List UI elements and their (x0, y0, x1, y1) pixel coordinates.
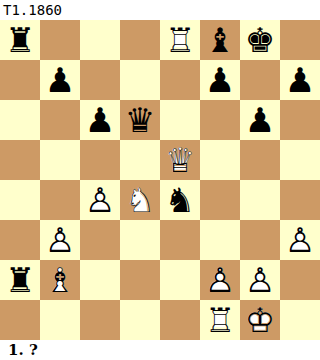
square-b3[interactable]: ♟♙ (40, 220, 80, 260)
square-c1[interactable] (80, 300, 120, 340)
square-c3[interactable] (80, 220, 120, 260)
square-b6[interactable] (40, 100, 80, 140)
square-h4[interactable] (280, 180, 320, 220)
white-queen-icon: ♛♕ (160, 140, 200, 180)
square-a2[interactable]: ♜ (0, 260, 40, 300)
white-bishop-icon: ♝♗ (40, 260, 80, 300)
black-rook-icon: ♜ (0, 260, 40, 300)
chess-board: ♜♜♖♝♚♟♟♟♟♛♟♛♕♟♙♞♘♞♟♙♟♙♜♝♗♟♙♟♙♜♖♚♔ (0, 20, 320, 340)
white-rook-icon: ♜♖ (200, 300, 240, 340)
square-e8[interactable]: ♜♖ (160, 20, 200, 60)
square-e2[interactable] (160, 260, 200, 300)
square-h5[interactable] (280, 140, 320, 180)
square-b7[interactable]: ♟ (40, 60, 80, 100)
black-knight-icon: ♞ (160, 180, 200, 220)
white-pawn-icon: ♟♙ (40, 220, 80, 260)
black-rook-icon: ♜ (0, 20, 40, 60)
square-f5[interactable] (200, 140, 240, 180)
square-d1[interactable] (120, 300, 160, 340)
square-g4[interactable] (240, 180, 280, 220)
square-c6[interactable]: ♟ (80, 100, 120, 140)
square-h7[interactable]: ♟ (280, 60, 320, 100)
square-e1[interactable] (160, 300, 200, 340)
square-h2[interactable] (280, 260, 320, 300)
black-bishop-icon: ♝ (200, 20, 240, 60)
square-h1[interactable] (280, 300, 320, 340)
square-a8[interactable]: ♜ (0, 20, 40, 60)
black-pawn-icon: ♟ (280, 60, 320, 100)
square-b4[interactable] (40, 180, 80, 220)
black-pawn-icon: ♟ (40, 60, 80, 100)
white-king-icon: ♚♔ (240, 300, 280, 340)
square-e3[interactable] (160, 220, 200, 260)
square-f8[interactable]: ♝ (200, 20, 240, 60)
black-pawn-icon: ♟ (200, 60, 240, 100)
white-rook-icon: ♜♖ (160, 20, 200, 60)
white-pawn-icon: ♟♙ (240, 260, 280, 300)
square-b5[interactable] (40, 140, 80, 180)
square-c7[interactable] (80, 60, 120, 100)
square-a3[interactable] (0, 220, 40, 260)
black-pawn-icon: ♟ (240, 100, 280, 140)
white-pawn-icon: ♟♙ (80, 180, 120, 220)
square-g6[interactable]: ♟ (240, 100, 280, 140)
square-e6[interactable] (160, 100, 200, 140)
status-bar: 1. ? (0, 340, 320, 360)
square-d5[interactable] (120, 140, 160, 180)
square-d6[interactable]: ♛ (120, 100, 160, 140)
square-g3[interactable] (240, 220, 280, 260)
black-king-icon: ♚ (240, 20, 280, 60)
square-h3[interactable]: ♟♙ (280, 220, 320, 260)
square-e7[interactable] (160, 60, 200, 100)
black-pawn-icon: ♟ (80, 100, 120, 140)
square-f2[interactable]: ♟♙ (200, 260, 240, 300)
square-c2[interactable] (80, 260, 120, 300)
square-g1[interactable]: ♚♔ (240, 300, 280, 340)
square-d7[interactable] (120, 60, 160, 100)
white-pawn-icon: ♟♙ (280, 220, 320, 260)
title-bar: T1.1860 (0, 0, 320, 20)
square-d4[interactable]: ♞♘ (120, 180, 160, 220)
square-g2[interactable]: ♟♙ (240, 260, 280, 300)
square-c5[interactable] (80, 140, 120, 180)
puzzle-title: T1.1860 (3, 2, 62, 18)
square-a5[interactable] (0, 140, 40, 180)
square-f4[interactable] (200, 180, 240, 220)
square-f7[interactable]: ♟ (200, 60, 240, 100)
square-f3[interactable] (200, 220, 240, 260)
square-h8[interactable] (280, 20, 320, 60)
square-g8[interactable]: ♚ (240, 20, 280, 60)
square-c8[interactable] (80, 20, 120, 60)
square-b2[interactable]: ♝♗ (40, 260, 80, 300)
move-prompt: 1. ? (8, 341, 38, 359)
square-g5[interactable] (240, 140, 280, 180)
square-e5[interactable]: ♛♕ (160, 140, 200, 180)
square-c4[interactable]: ♟♙ (80, 180, 120, 220)
black-queen-icon: ♛ (120, 100, 160, 140)
square-d3[interactable] (120, 220, 160, 260)
square-a7[interactable] (0, 60, 40, 100)
square-h6[interactable] (280, 100, 320, 140)
square-b8[interactable] (40, 20, 80, 60)
square-a6[interactable] (0, 100, 40, 140)
square-e4[interactable]: ♞ (160, 180, 200, 220)
square-d8[interactable] (120, 20, 160, 60)
square-f6[interactable] (200, 100, 240, 140)
white-knight-icon: ♞♘ (120, 180, 160, 220)
square-f1[interactable]: ♜♖ (200, 300, 240, 340)
square-g7[interactable] (240, 60, 280, 100)
square-b1[interactable] (40, 300, 80, 340)
white-pawn-icon: ♟♙ (200, 260, 240, 300)
square-a1[interactable] (0, 300, 40, 340)
square-d2[interactable] (120, 260, 160, 300)
square-a4[interactable] (0, 180, 40, 220)
